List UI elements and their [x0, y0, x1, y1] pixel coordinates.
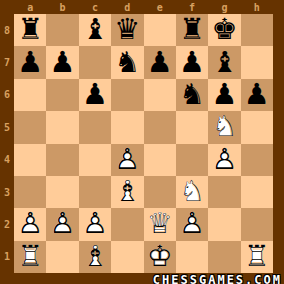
- square-d3: ♝♗: [111, 176, 143, 208]
- black-bishop-g7: ♝: [208, 47, 240, 79]
- square-g8: ♚: [208, 14, 240, 46]
- black-pawn-h6: ♟: [241, 79, 273, 111]
- white-pawn-a2: ♟♙: [14, 208, 46, 240]
- square-e5: [144, 111, 176, 143]
- watermark-text: CHESSGAMES.COM: [153, 273, 282, 284]
- square-c5: [79, 111, 111, 143]
- square-d2: [111, 208, 143, 240]
- square-f3: ♞♘: [176, 176, 208, 208]
- rank-label-7: 7: [0, 46, 14, 78]
- black-pawn-f7: ♟: [176, 47, 208, 79]
- square-h2: [241, 208, 273, 240]
- square-b6: [46, 79, 78, 111]
- square-f1: [176, 241, 208, 273]
- square-c2: ♟♙: [79, 208, 111, 240]
- square-d8: ♛: [111, 14, 143, 46]
- black-bishop-c8: ♝: [79, 14, 111, 46]
- square-g7: ♝: [208, 46, 240, 78]
- white-knight-f3: ♞♘: [176, 176, 208, 208]
- square-h1: ♜♖: [241, 241, 273, 273]
- white-knight-outline: ♘: [208, 111, 240, 143]
- black-pawn-b7: ♟: [47, 47, 79, 79]
- white-pawn-outline: ♙: [47, 208, 79, 240]
- white-bishop-outline: ♗: [111, 176, 143, 208]
- black-pawn-a7: ♟: [14, 47, 46, 79]
- white-rook-outline: ♖: [241, 241, 273, 273]
- square-g2: [208, 208, 240, 240]
- square-f7: ♟: [176, 46, 208, 78]
- white-king-e1: ♚♔: [144, 241, 176, 273]
- square-f5: [176, 111, 208, 143]
- rank-label-6: 6: [0, 79, 14, 111]
- square-e3: [144, 176, 176, 208]
- square-b8: [46, 14, 78, 46]
- square-e7: ♟: [144, 46, 176, 78]
- white-pawn-c2: ♟♙: [79, 208, 111, 240]
- square-h3: [241, 176, 273, 208]
- white-pawn-outline: ♙: [176, 208, 208, 240]
- chess-diagram: abcdefgh 87654321 ♜♝♛♜♚♟♟♞♟♟♝♟♞♟♟♞♘♟♙♟♙♝…: [0, 0, 284, 284]
- square-a8: ♜: [14, 14, 46, 46]
- white-bishop-outline: ♗: [79, 241, 111, 273]
- rank-labels: 87654321: [0, 14, 14, 273]
- file-label-e: e: [144, 0, 176, 14]
- square-c4: [79, 144, 111, 176]
- square-a4: [14, 144, 46, 176]
- square-b2: ♟♙: [46, 208, 78, 240]
- white-bishop-c1: ♝♗: [79, 241, 111, 273]
- square-a6: [14, 79, 46, 111]
- white-pawn-outline: ♙: [14, 208, 46, 240]
- white-pawn-f2: ♟♙: [176, 208, 208, 240]
- square-g1: [208, 241, 240, 273]
- square-g4: ♟♙: [208, 144, 240, 176]
- black-knight-d7: ♞: [111, 47, 143, 79]
- white-knight-outline: ♘: [176, 176, 208, 208]
- white-pawn-outline: ♙: [111, 144, 143, 176]
- square-b3: [46, 176, 78, 208]
- black-king-g8: ♚: [208, 14, 240, 46]
- white-knight-g5: ♞♘: [208, 111, 240, 143]
- white-rook-h1: ♜♖: [241, 241, 273, 273]
- white-pawn-b2: ♟♙: [47, 208, 79, 240]
- white-pawn-outline: ♙: [208, 144, 240, 176]
- square-a1: ♜♖: [14, 241, 46, 273]
- black-pawn-c6: ♟: [79, 79, 111, 111]
- rank-label-4: 4: [0, 144, 14, 176]
- square-f6: ♞: [176, 79, 208, 111]
- square-e4: [144, 144, 176, 176]
- square-f4: [176, 144, 208, 176]
- white-pawn-g4: ♟♙: [208, 144, 240, 176]
- square-c6: ♟: [79, 79, 111, 111]
- square-b7: ♟: [46, 46, 78, 78]
- square-c7: [79, 46, 111, 78]
- square-h7: [241, 46, 273, 78]
- square-a2: ♟♙: [14, 208, 46, 240]
- square-e8: [144, 14, 176, 46]
- file-label-h: h: [241, 0, 273, 14]
- rank-label-3: 3: [0, 176, 14, 208]
- black-rook-f8: ♜: [176, 14, 208, 46]
- square-e2: ♛♕: [144, 208, 176, 240]
- white-pawn-d4: ♟♙: [111, 144, 143, 176]
- square-f8: ♜: [176, 14, 208, 46]
- square-h4: [241, 144, 273, 176]
- black-pawn-g6: ♟: [208, 79, 240, 111]
- square-h6: ♟: [241, 79, 273, 111]
- white-bishop-d3: ♝♗: [111, 176, 143, 208]
- black-knight-f6: ♞: [176, 79, 208, 111]
- square-e6: [144, 79, 176, 111]
- square-d6: [111, 79, 143, 111]
- file-label-b: b: [46, 0, 78, 14]
- square-h5: [241, 111, 273, 143]
- rank-label-8: 8: [0, 14, 14, 46]
- black-pawn-e7: ♟: [144, 47, 176, 79]
- square-c1: ♝♗: [79, 241, 111, 273]
- black-queen-d8: ♛: [111, 14, 143, 46]
- white-pawn-outline: ♙: [79, 208, 111, 240]
- square-h8: [241, 14, 273, 46]
- square-b5: [46, 111, 78, 143]
- square-c3: [79, 176, 111, 208]
- square-b4: [46, 144, 78, 176]
- square-g5: ♞♘: [208, 111, 240, 143]
- white-rook-outline: ♖: [14, 241, 46, 273]
- rank-label-1: 1: [0, 241, 14, 273]
- square-b1: [46, 241, 78, 273]
- square-g3: [208, 176, 240, 208]
- square-a7: ♟: [14, 46, 46, 78]
- white-queen-outline: ♕: [144, 208, 176, 240]
- rank-label-5: 5: [0, 111, 14, 143]
- square-c8: ♝: [79, 14, 111, 46]
- square-f2: ♟♙: [176, 208, 208, 240]
- square-g6: ♟: [208, 79, 240, 111]
- rank-label-2: 2: [0, 208, 14, 240]
- square-d4: ♟♙: [111, 144, 143, 176]
- square-a5: [14, 111, 46, 143]
- white-king-outline: ♔: [144, 241, 176, 273]
- square-e1: ♚♔: [144, 241, 176, 273]
- square-d1: [111, 241, 143, 273]
- white-rook-a1: ♜♖: [14, 241, 46, 273]
- white-queen-e2: ♛♕: [144, 208, 176, 240]
- chess-board: ♜♝♛♜♚♟♟♞♟♟♝♟♞♟♟♞♘♟♙♟♙♝♗♞♘♟♙♟♙♟♙♛♕♟♙♜♖♝♗♚…: [14, 14, 273, 273]
- square-d7: ♞: [111, 46, 143, 78]
- square-d5: [111, 111, 143, 143]
- square-a3: [14, 176, 46, 208]
- black-rook-a8: ♜: [14, 14, 46, 46]
